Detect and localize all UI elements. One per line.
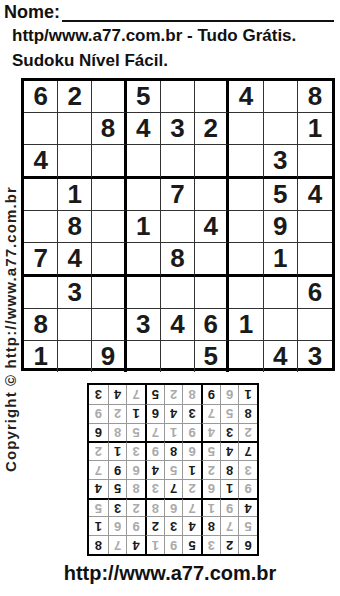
cell-r7c5[interactable] [161, 277, 195, 309]
solution-cell-r2c1: 5 [238, 516, 257, 535]
cell-r5c1[interactable] [24, 211, 58, 243]
cell-r2c1[interactable] [24, 113, 58, 145]
solution-cell-r3c8: 3 [108, 498, 127, 517]
solution-cell-r2c4: 4 [182, 516, 201, 535]
cell-r6c3[interactable] [92, 243, 126, 277]
cell-r8c8[interactable] [264, 309, 298, 341]
solution-cell-r2c8: 6 [108, 516, 127, 535]
cell-r6c4[interactable] [127, 243, 161, 277]
cell-r6c8: 1 [264, 243, 298, 277]
sudoku-sheet: Nome: http/www.a77.com.br - Tudo Grátis.… [0, 0, 340, 596]
footer-url: http://www.a77.com.br [0, 562, 340, 585]
solution-cell-r8c6: 6 [145, 404, 164, 423]
solution-cell-r9c7: 7 [126, 385, 145, 404]
solution-cell-r8c8: 2 [108, 404, 127, 423]
solution-cell-r1c3: 3 [201, 535, 220, 554]
solution-cell-r5c7: 6 [126, 460, 145, 479]
name-label: Nome: [4, 2, 60, 22]
solution-cell-r7c2: 3 [220, 423, 239, 442]
cell-r9c2[interactable] [58, 341, 92, 372]
cell-r1c8[interactable] [264, 81, 298, 113]
solution-cell-r2c9: 1 [89, 516, 108, 535]
cell-r8c9[interactable] [298, 309, 332, 341]
cell-r2c9: 1 [298, 113, 332, 145]
solution-cell-r4c1: 9 [238, 479, 257, 498]
solution-cell-r8c9: 9 [89, 404, 108, 423]
solution-cell-r9c2: 6 [220, 385, 239, 404]
solution-cell-r8c4: 3 [182, 404, 201, 423]
solution-cell-r3c4: 7 [182, 498, 201, 517]
cell-r2c5: 3 [161, 113, 195, 145]
cell-r5c8: 9 [264, 211, 298, 243]
solution-cell-r4c7: 8 [126, 479, 145, 498]
cell-r9c9: 3 [298, 341, 332, 372]
cell-r4c9: 4 [298, 179, 332, 211]
sudoku-puzzle-grid[interactable]: 625488432143175481497481368346119543 [21, 78, 335, 371]
cell-r5c2: 8 [58, 211, 92, 243]
solution-cell-r3c6: 8 [145, 498, 164, 517]
cell-r6c1: 7 [24, 243, 58, 277]
cell-r9c7[interactable] [229, 341, 263, 372]
cell-r9c6: 5 [195, 341, 229, 372]
cell-r3c4[interactable] [127, 145, 161, 179]
solution-cell-r7c3: 4 [201, 423, 220, 442]
solution-cell-r3c2: 9 [220, 498, 239, 517]
cell-r5c9[interactable] [298, 211, 332, 243]
solution-cell-r6c2: 4 [220, 441, 239, 460]
cell-r4c8: 5 [264, 179, 298, 211]
solution-cell-r5c1: 3 [238, 460, 257, 479]
solution-cell-r1c8: 7 [108, 535, 127, 554]
solution-cell-r7c6: 7 [145, 423, 164, 442]
solution-cell-r6c3: 5 [201, 441, 220, 460]
solution-cell-r5c5: 5 [164, 460, 183, 479]
cell-r7c3[interactable] [92, 277, 126, 309]
cell-r6c6[interactable] [195, 243, 229, 277]
solution-cell-r7c9: 6 [89, 423, 108, 442]
solution-cell-r6c1: 7 [238, 441, 257, 460]
cell-r3c7[interactable] [229, 145, 263, 179]
solution-cell-r3c9: 5 [89, 498, 108, 517]
solution-cell-r3c5: 6 [164, 498, 183, 517]
puzzle-title: Sudoku Nível Fácil. [12, 51, 168, 71]
solution-cell-r7c8: 8 [108, 423, 127, 442]
cell-r4c6[interactable] [195, 179, 229, 211]
cell-r1c3[interactable] [92, 81, 126, 113]
cell-r8c2[interactable] [58, 309, 92, 341]
cell-r8c7: 1 [229, 309, 263, 341]
cell-r4c4[interactable] [127, 179, 161, 211]
cell-r3c9[interactable] [298, 145, 332, 179]
solution-cell-r4c2: 1 [220, 479, 239, 498]
solution-cell-r4c4: 2 [182, 479, 201, 498]
solution-cell-r5c2: 8 [220, 460, 239, 479]
cell-r2c3: 8 [92, 113, 126, 145]
solution-cell-r2c2: 7 [220, 516, 239, 535]
solution-cell-r2c7: 9 [126, 516, 145, 535]
cell-r3c5[interactable] [161, 145, 195, 179]
solution-cell-r7c5: 1 [164, 423, 183, 442]
cell-r2c2[interactable] [58, 113, 92, 145]
solution-cell-r4c3: 6 [201, 479, 220, 498]
solution-cell-r4c5: 7 [164, 479, 183, 498]
solution-cell-r8c1: 8 [238, 404, 257, 423]
cell-r8c1: 8 [24, 309, 58, 341]
solution-cell-r7c1: 2 [238, 423, 257, 442]
cell-r7c6[interactable] [195, 277, 229, 309]
cell-r9c3: 9 [92, 341, 126, 372]
cell-r4c1[interactable] [24, 179, 58, 211]
solution-cell-r1c5: 9 [164, 535, 183, 554]
cell-r6c2: 4 [58, 243, 92, 277]
cell-r3c8: 3 [264, 145, 298, 179]
cell-r7c1[interactable] [24, 277, 58, 309]
solution-cell-r1c2: 2 [220, 535, 239, 554]
solution-cell-r6c7: 3 [126, 441, 145, 460]
solution-cell-r9c6: 5 [145, 385, 164, 404]
cell-r2c6: 2 [195, 113, 229, 145]
cell-r6c7[interactable] [229, 243, 263, 277]
cell-r4c2: 1 [58, 179, 92, 211]
cell-r2c4: 4 [127, 113, 161, 145]
cell-r6c9[interactable] [298, 243, 332, 277]
cell-r3c2[interactable] [58, 145, 92, 179]
solution-cell-r8c7: 1 [126, 404, 145, 423]
cell-r7c9: 6 [298, 277, 332, 309]
cell-r5c6: 4 [195, 211, 229, 243]
solution-cell-r4c8: 5 [108, 479, 127, 498]
solution-cell-r7c7: 5 [126, 423, 145, 442]
cell-r1c5[interactable] [161, 81, 195, 113]
cell-r1c9: 8 [298, 81, 332, 113]
name-row: Nome: [4, 2, 334, 22]
solution-cell-r4c6: 3 [145, 479, 164, 498]
sudoku-solution-grid-rotated: 6235914785784329614917682359162738543821… [87, 383, 259, 556]
solution-cell-r5c3: 2 [201, 460, 220, 479]
cell-r3c6[interactable] [195, 145, 229, 179]
cell-r5c4: 1 [127, 211, 161, 243]
cell-r4c7[interactable] [229, 179, 263, 211]
solution-cell-r4c9: 4 [89, 479, 108, 498]
solution-cell-r9c4: 8 [182, 385, 201, 404]
solution-cell-r2c5: 3 [164, 516, 183, 535]
solution-cell-r9c8: 4 [108, 385, 127, 404]
solution-cell-r1c9: 8 [89, 535, 108, 554]
cell-r7c7[interactable] [229, 277, 263, 309]
copyright-vertical-text: Copyright © http://www.a77.com.br [2, 84, 19, 472]
solution-cell-r6c8: 1 [108, 441, 127, 460]
solution-cell-r8c3: 7 [201, 404, 220, 423]
cell-r1c4: 5 [127, 81, 161, 113]
solution-cell-r6c6: 9 [145, 441, 164, 460]
cell-r8c5: 4 [161, 309, 195, 341]
solution-cell-r8c5: 4 [164, 404, 183, 423]
solution-cell-r3c3: 1 [201, 498, 220, 517]
solution-cell-r1c4: 5 [182, 535, 201, 554]
cell-r4c5: 7 [161, 179, 195, 211]
cell-r8c3[interactable] [92, 309, 126, 341]
cell-r5c5[interactable] [161, 211, 195, 243]
solution-cell-r9c5: 2 [164, 385, 183, 404]
cell-r4c3[interactable] [92, 179, 126, 211]
cell-r3c1: 4 [24, 145, 58, 179]
cell-r1c7: 4 [229, 81, 263, 113]
solution-cell-r2c3: 8 [201, 516, 220, 535]
solution-cell-r8c2: 5 [220, 404, 239, 423]
cell-r8c4: 3 [127, 309, 161, 341]
cell-r1c6[interactable] [195, 81, 229, 113]
name-blank-line[interactable] [62, 2, 334, 22]
solution-cell-r9c3: 9 [201, 385, 220, 404]
solution-cell-r3c1: 4 [238, 498, 257, 517]
site-header-text: http/www.a77.com.br - Tudo Grátis. [12, 26, 296, 46]
cell-r7c4[interactable] [127, 277, 161, 309]
solution-cell-r1c1: 6 [238, 535, 257, 554]
solution-cell-r9c9: 3 [89, 385, 108, 404]
cell-r2c8[interactable] [264, 113, 298, 145]
solution-cell-r5c9: 7 [89, 460, 108, 479]
solution-cell-r6c4: 6 [182, 441, 201, 460]
solution-cell-r2c6: 2 [145, 516, 164, 535]
solution-cell-r7c4: 9 [182, 423, 201, 442]
solution-cell-r5c8: 9 [108, 460, 127, 479]
solution-cell-r3c7: 2 [126, 498, 145, 517]
solution-cell-r5c4: 1 [182, 460, 201, 479]
cell-r9c5[interactable] [161, 341, 195, 372]
cell-r1c1: 6 [24, 81, 58, 113]
cell-r9c1: 1 [24, 341, 58, 372]
cell-r5c7[interactable] [229, 211, 263, 243]
solution-cell-r1c7: 4 [126, 535, 145, 554]
solution-cell-r9c1: 1 [238, 385, 257, 404]
cell-r9c4[interactable] [127, 341, 161, 372]
cell-r9c8: 4 [264, 341, 298, 372]
cell-r1c2: 2 [58, 81, 92, 113]
solution-cell-r6c9: 2 [89, 441, 108, 460]
cell-r7c2: 3 [58, 277, 92, 309]
cell-r5c3[interactable] [92, 211, 126, 243]
cell-r6c5: 8 [161, 243, 195, 277]
solution-cell-r5c6: 4 [145, 460, 164, 479]
cell-r2c7[interactable] [229, 113, 263, 145]
cell-r7c8[interactable] [264, 277, 298, 309]
cell-r8c6: 6 [195, 309, 229, 341]
cell-r3c3[interactable] [92, 145, 126, 179]
solution-cell-r1c6: 1 [145, 535, 164, 554]
solution-cell-r6c5: 8 [164, 441, 183, 460]
